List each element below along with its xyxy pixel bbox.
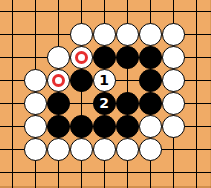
black-stone [116, 92, 139, 115]
white-stone [24, 92, 47, 115]
white-stone [139, 138, 162, 161]
white-stone-move-1: 1 [93, 69, 116, 92]
white-stone [162, 115, 185, 138]
white-stone [139, 23, 162, 46]
black-stone [47, 92, 70, 115]
white-stone [70, 138, 93, 161]
white-stone [162, 46, 185, 69]
black-stone-move-2: 2 [93, 92, 116, 115]
white-stone [93, 23, 116, 46]
white-stone-circle-marked [47, 69, 70, 92]
white-stone [24, 138, 47, 161]
black-stone [93, 46, 116, 69]
black-stone [139, 69, 162, 92]
white-stone [70, 23, 93, 46]
white-stone [24, 69, 47, 92]
white-stone [116, 138, 139, 161]
black-stone [47, 115, 70, 138]
move-number-label: 2 [99, 96, 109, 110]
white-stone [162, 23, 185, 46]
go-board: 12 [0, 0, 211, 188]
white-stone [162, 69, 185, 92]
white-stone [139, 115, 162, 138]
red-circle-mark [75, 51, 88, 64]
black-stone [93, 115, 116, 138]
white-stone [47, 46, 70, 69]
white-stone [116, 23, 139, 46]
black-stone [116, 115, 139, 138]
white-stone [93, 138, 116, 161]
black-stone [139, 92, 162, 115]
white-stone-circle-marked [70, 46, 93, 69]
black-stone [70, 69, 93, 92]
black-stone [70, 115, 93, 138]
move-number-label: 1 [99, 73, 109, 87]
white-stone [47, 138, 70, 161]
red-circle-mark [52, 74, 65, 87]
black-stone [116, 46, 139, 69]
black-stone [139, 46, 162, 69]
white-stone [24, 115, 47, 138]
white-stone [162, 92, 185, 115]
